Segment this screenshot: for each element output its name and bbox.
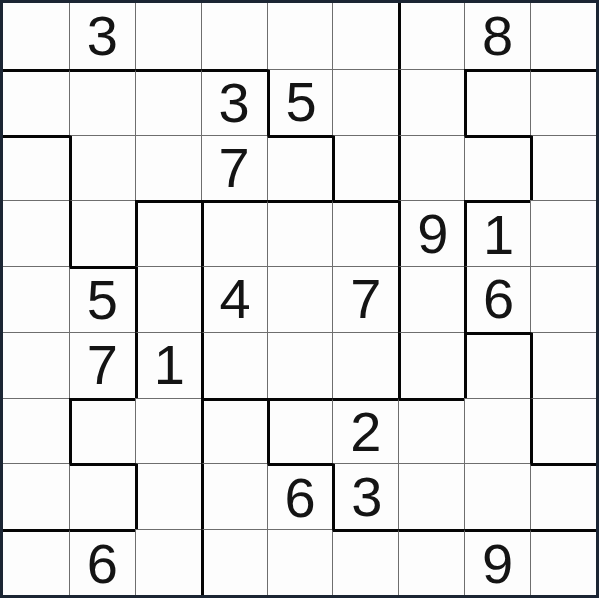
cell-r3c7[interactable] <box>398 135 464 201</box>
given-digit: 5 <box>87 272 118 328</box>
given-digit: 6 <box>87 536 118 592</box>
cell-r1c6[interactable] <box>332 3 398 69</box>
cell-r6c2[interactable]: 7 <box>69 332 135 398</box>
cell-r2c5[interactable]: 5 <box>267 69 333 135</box>
cell-r6c5[interactable] <box>267 332 333 398</box>
cell-r4c9[interactable] <box>530 200 596 266</box>
cell-r6c3[interactable]: 1 <box>135 332 201 398</box>
cell-r1c5[interactable] <box>267 3 333 69</box>
cell-r8c4[interactable] <box>201 463 267 529</box>
cell-r1c4[interactable] <box>201 3 267 69</box>
cell-r4c3[interactable] <box>135 200 201 266</box>
cell-r5c2[interactable]: 5 <box>69 266 135 332</box>
cell-r1c8[interactable]: 8 <box>464 3 530 69</box>
cell-r7c7[interactable] <box>398 398 464 464</box>
cell-r7c5[interactable] <box>267 398 333 464</box>
cell-r2c4[interactable]: 3 <box>201 69 267 135</box>
cell-r5c1[interactable] <box>3 266 69 332</box>
cell-r4c1[interactable] <box>3 200 69 266</box>
given-digit: 6 <box>483 271 514 327</box>
cell-r5c5[interactable] <box>267 266 333 332</box>
cell-r3c3[interactable] <box>135 135 201 201</box>
cell-r9c1[interactable] <box>3 529 69 595</box>
cell-r1c7[interactable] <box>398 3 464 69</box>
cell-r7c4[interactable] <box>201 398 267 464</box>
given-digit: 1 <box>154 337 185 393</box>
cell-r5c8[interactable]: 6 <box>464 266 530 332</box>
cell-r3c1[interactable] <box>3 135 69 201</box>
cell-r3c9[interactable] <box>530 135 596 201</box>
cell-r5c9[interactable] <box>530 266 596 332</box>
cell-r1c9[interactable] <box>530 3 596 69</box>
cell-r3c2[interactable] <box>69 135 135 201</box>
cell-r8c3[interactable] <box>135 463 201 529</box>
cell-r4c6[interactable] <box>332 200 398 266</box>
cell-r9c3[interactable] <box>135 529 201 595</box>
cell-r8c1[interactable] <box>3 463 69 529</box>
given-digit: 7 <box>87 337 118 393</box>
cell-r2c3[interactable] <box>135 69 201 135</box>
cell-r4c5[interactable] <box>267 200 333 266</box>
cell-r6c8[interactable] <box>464 332 530 398</box>
cell-r6c7[interactable] <box>398 332 464 398</box>
cell-r3c8[interactable] <box>464 135 530 201</box>
given-digit: 9 <box>482 536 513 592</box>
cell-r3c5[interactable] <box>267 135 333 201</box>
cell-r7c1[interactable] <box>3 398 69 464</box>
given-digit: 3 <box>219 75 250 131</box>
cell-r2c8[interactable] <box>464 69 530 135</box>
cell-r2c1[interactable] <box>3 69 69 135</box>
cell-r4c7[interactable]: 9 <box>398 200 464 266</box>
given-digit: 4 <box>220 271 251 327</box>
cell-r6c4[interactable] <box>201 332 267 398</box>
cell-r9c4[interactable] <box>201 529 267 595</box>
given-digit: 5 <box>285 74 316 130</box>
cell-r3c4[interactable]: 7 <box>201 135 267 201</box>
cell-r2c2[interactable] <box>69 69 135 135</box>
cell-r6c6[interactable] <box>332 332 398 398</box>
given-digit: 9 <box>417 206 448 262</box>
cell-r8c5[interactable]: 6 <box>267 463 333 529</box>
cell-r1c1[interactable] <box>3 3 69 69</box>
given-digit: 2 <box>350 404 381 460</box>
cell-r1c3[interactable] <box>135 3 201 69</box>
cell-r4c8[interactable]: 1 <box>464 200 530 266</box>
cell-r7c9[interactable] <box>530 398 596 464</box>
cell-r4c4[interactable] <box>201 200 267 266</box>
cell-r8c8[interactable] <box>464 463 530 529</box>
given-digit: 8 <box>482 8 513 64</box>
cell-r1c2[interactable]: 3 <box>69 3 135 69</box>
cell-r6c9[interactable] <box>530 332 596 398</box>
cell-r9c9[interactable] <box>530 529 596 595</box>
given-digit: 6 <box>284 470 315 526</box>
cell-r2c9[interactable] <box>530 69 596 135</box>
cell-r3c6[interactable] <box>332 135 398 201</box>
cell-r8c9[interactable] <box>530 463 596 529</box>
cell-r8c2[interactable] <box>69 463 135 529</box>
cell-r9c2[interactable]: 6 <box>69 529 135 595</box>
cell-r5c4[interactable]: 4 <box>201 266 267 332</box>
cell-r9c5[interactable] <box>267 529 333 595</box>
sudoku-board: 383579154767126369 <box>0 0 599 598</box>
cell-r7c8[interactable] <box>464 398 530 464</box>
given-digit: 3 <box>351 469 382 525</box>
cell-r9c7[interactable] <box>398 529 464 595</box>
cell-r9c6[interactable] <box>332 529 398 595</box>
cell-r7c3[interactable] <box>135 398 201 464</box>
given-digit: 1 <box>483 207 514 263</box>
cell-r9c8[interactable]: 9 <box>464 529 530 595</box>
cell-r7c6[interactable]: 2 <box>332 398 398 464</box>
given-digit: 7 <box>350 271 381 327</box>
cell-r8c6[interactable]: 3 <box>332 463 398 529</box>
cell-r5c3[interactable] <box>135 266 201 332</box>
cell-r7c2[interactable] <box>69 398 135 464</box>
given-digit: 7 <box>219 140 250 196</box>
cell-r4c2[interactable] <box>69 200 135 266</box>
cell-r5c6[interactable]: 7 <box>332 266 398 332</box>
given-digit: 3 <box>87 8 118 64</box>
cell-r2c6[interactable] <box>332 69 398 135</box>
cell-r2c7[interactable] <box>398 69 464 135</box>
cell-r5c7[interactable] <box>398 266 464 332</box>
cell-r6c1[interactable] <box>3 332 69 398</box>
cell-r8c7[interactable] <box>398 463 464 529</box>
